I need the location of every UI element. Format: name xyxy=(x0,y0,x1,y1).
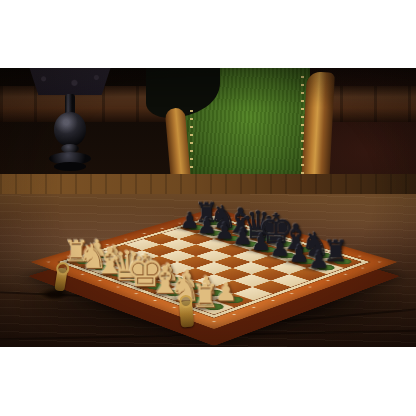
square-f5 xyxy=(233,262,270,274)
brass-clasp-ring xyxy=(178,295,192,309)
screenshot-canvas: ♜♞♝♛♚♝♞♜♟♟♟♟♟♟♟♟♟♟♟♟♟♟♟♟♜♞♝♛♚♝♞♜ xyxy=(0,0,416,416)
piece-white-rook: ♜ xyxy=(191,281,219,313)
piece-black-pawn: ♟ xyxy=(215,220,235,242)
lamp-shade xyxy=(26,68,114,95)
lamp-foot xyxy=(54,162,86,171)
square-d5 xyxy=(196,250,232,262)
armchair xyxy=(146,68,338,186)
table-lamp xyxy=(26,68,114,176)
brass-clasp-front xyxy=(179,300,194,327)
piece-black-pawn: ♟ xyxy=(289,243,310,266)
piece-black-pawn: ♟ xyxy=(233,226,253,248)
piece-black-pawn: ♟ xyxy=(251,231,271,254)
letterbox-bottom xyxy=(0,347,416,416)
letterbox-top xyxy=(0,0,416,68)
piece-black-pawn: ♟ xyxy=(308,249,329,272)
lamp-body xyxy=(54,112,86,146)
armchair-right-rail xyxy=(301,71,335,186)
chess-set-photo: ♜♞♝♛♚♝♞♜♟♟♟♟♟♟♟♟♟♟♟♟♟♟♟♟♜♞♝♛♚♝♞♜ xyxy=(0,68,416,347)
brass-nailheads-right xyxy=(301,76,304,186)
piece-black-pawn: ♟ xyxy=(270,237,291,260)
